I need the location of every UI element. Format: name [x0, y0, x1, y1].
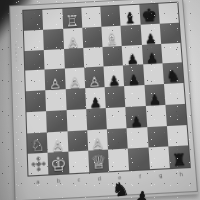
black-rook: ♜: [172, 152, 187, 169]
square-e7: ♗: [101, 25, 122, 46]
square-f5: ♟: [123, 65, 144, 86]
square-b5: ♙: [45, 69, 65, 90]
square-g2: [147, 126, 168, 148]
square-a1: [28, 153, 49, 175]
square-g7: ♟: [140, 23, 161, 44]
square-b3: [46, 110, 67, 132]
square-d7: [82, 26, 102, 47]
square-b4: [46, 89, 67, 111]
square-a7: [24, 30, 44, 51]
square-h6: [161, 42, 182, 63]
square-g3: [145, 105, 166, 127]
square-c3: [66, 109, 87, 131]
square-h5: ♞: [162, 63, 183, 84]
square-b7: [43, 29, 63, 50]
square-e4: [105, 86, 126, 108]
square-h1: ♜: [168, 146, 190, 168]
white-queen: ♕: [90, 153, 107, 172]
square-g1: [148, 147, 170, 169]
chess-board: ··–·· ♖♝♚♙♗♟♟♟♙♙♙♟♟♞♟♟♟♘♙♙♔♕♜ abcdefgh: [9, 0, 198, 200]
board-grid: ♖♝♚♙♗♟♟♟♙♙♙♟♟♞♟♟♟♘♙♙♔♕♜: [22, 2, 191, 177]
square-e1: [108, 149, 129, 171]
square-b6: [44, 49, 64, 70]
captured-pieces-tray: ♞♟: [112, 178, 149, 200]
square-a6: [25, 50, 45, 71]
black-king: ♚: [141, 7, 157, 25]
square-g4: ♟: [144, 84, 165, 106]
square-h8: [158, 3, 179, 24]
square-e6: [102, 45, 123, 66]
square-g6: ♟: [141, 43, 162, 64]
square-d1: ♕: [88, 150, 109, 172]
file-label-d: d: [89, 176, 110, 183]
square-d3: [86, 108, 107, 130]
square-f2: [127, 127, 148, 149]
square-c2: [67, 130, 88, 152]
file-label-a: a: [28, 179, 49, 186]
captured-black-piece: ♞: [111, 177, 131, 200]
square-e8: [100, 6, 120, 27]
file-label-c: c: [68, 177, 89, 184]
square-g5: [143, 64, 164, 85]
file-label-g: g: [150, 172, 171, 179]
square-g8: ♚: [139, 4, 160, 25]
square-a4: [26, 90, 46, 112]
board-side-print: ··–··: [13, 44, 20, 64]
square-f3: ♟: [126, 106, 147, 128]
square-b1: ♔: [48, 152, 69, 174]
chessboard-photo: ··–·· ♖♝♚♙♗♟♟♟♙♙♙♟♟♞♟♟♟♘♙♙♔♕♜ abcdefgh ♞…: [0, 0, 200, 200]
square-h4: [164, 83, 185, 105]
captured-black-piece: ♟: [134, 187, 150, 200]
square-f6: ♟: [122, 44, 143, 65]
square-e2: [107, 128, 128, 150]
square-c1: [68, 151, 89, 173]
square-c4: [65, 88, 86, 110]
file-label-h: h: [171, 171, 192, 178]
square-a8: [23, 10, 43, 31]
square-b2: ♙: [47, 131, 68, 153]
square-f4: [124, 85, 145, 107]
file-label-b: b: [48, 178, 69, 185]
square-d2: ♙: [87, 129, 108, 151]
board-corner-emblem: [29, 155, 47, 173]
square-b8: [43, 9, 63, 30]
square-f8: ♝: [120, 5, 141, 26]
square-f1: [128, 148, 149, 170]
square-d6: [83, 46, 104, 67]
square-e3: [106, 107, 127, 129]
square-c5: ♙: [64, 68, 85, 89]
square-c8: ♖: [62, 8, 82, 29]
square-c7: ♙: [63, 28, 83, 49]
square-d8: [81, 7, 101, 28]
square-d4: ♟: [85, 87, 106, 109]
square-a3: [26, 111, 47, 133]
square-a5: [25, 70, 45, 91]
white-king: ♔: [50, 155, 67, 174]
square-h2: [167, 125, 189, 147]
square-c6: [63, 47, 83, 68]
square-e5: ♟: [104, 66, 125, 87]
square-h3: [165, 104, 186, 126]
square-d5: ♙: [84, 67, 105, 88]
square-a2: ♘: [27, 132, 48, 154]
square-f7: [121, 24, 142, 45]
square-h7: [159, 22, 180, 43]
